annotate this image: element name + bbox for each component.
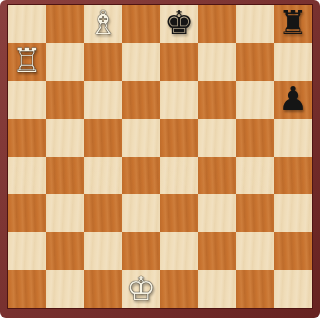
white-bishop-c8: ♗ <box>88 6 118 39</box>
white-king-d1: ♔ <box>126 272 156 305</box>
square-c5[interactable] <box>84 119 122 157</box>
square-g3[interactable] <box>236 194 274 232</box>
square-c6[interactable] <box>84 81 122 119</box>
square-f6[interactable] <box>198 81 236 119</box>
square-b8[interactable] <box>46 5 84 43</box>
square-f7[interactable] <box>198 43 236 81</box>
square-e3[interactable] <box>160 194 198 232</box>
square-h7[interactable] <box>274 43 312 81</box>
square-d8[interactable] <box>122 5 160 43</box>
square-b2[interactable] <box>46 232 84 270</box>
square-h3[interactable] <box>274 194 312 232</box>
square-b6[interactable] <box>46 81 84 119</box>
square-e2[interactable] <box>160 232 198 270</box>
square-a3[interactable] <box>8 194 46 232</box>
square-b3[interactable] <box>46 194 84 232</box>
black-pawn-h6: ♟ <box>278 82 308 115</box>
square-e7[interactable] <box>160 43 198 81</box>
square-e4[interactable] <box>160 157 198 195</box>
square-d1[interactable]: ♔ <box>122 270 160 308</box>
square-a2[interactable] <box>8 232 46 270</box>
square-h8[interactable]: ♜ <box>274 5 312 43</box>
square-h6[interactable]: ♟ <box>274 81 312 119</box>
square-f1[interactable] <box>198 270 236 308</box>
square-h2[interactable] <box>274 232 312 270</box>
square-g8[interactable] <box>236 5 274 43</box>
square-e1[interactable] <box>160 270 198 308</box>
square-f8[interactable] <box>198 5 236 43</box>
square-d6[interactable] <box>122 81 160 119</box>
square-g1[interactable] <box>236 270 274 308</box>
square-a7[interactable]: ♖ <box>8 43 46 81</box>
square-g2[interactable] <box>236 232 274 270</box>
black-king-e8: ♚ <box>164 6 194 39</box>
square-b1[interactable] <box>46 270 84 308</box>
square-g6[interactable] <box>236 81 274 119</box>
square-c2[interactable] <box>84 232 122 270</box>
square-h4[interactable] <box>274 157 312 195</box>
chess-board: ♗♚♜♖♟♔ <box>8 5 312 308</box>
square-d3[interactable] <box>122 194 160 232</box>
white-rook-a7: ♖ <box>12 44 42 77</box>
square-f2[interactable] <box>198 232 236 270</box>
black-rook-h8: ♜ <box>278 6 308 39</box>
square-e8[interactable]: ♚ <box>160 5 198 43</box>
square-c8[interactable]: ♗ <box>84 5 122 43</box>
square-c1[interactable] <box>84 270 122 308</box>
square-g7[interactable] <box>236 43 274 81</box>
square-a8[interactable] <box>8 5 46 43</box>
square-b4[interactable] <box>46 157 84 195</box>
square-d4[interactable] <box>122 157 160 195</box>
square-d7[interactable] <box>122 43 160 81</box>
square-a4[interactable] <box>8 157 46 195</box>
square-c7[interactable] <box>84 43 122 81</box>
square-g5[interactable] <box>236 119 274 157</box>
square-c4[interactable] <box>84 157 122 195</box>
square-c3[interactable] <box>84 194 122 232</box>
square-g4[interactable] <box>236 157 274 195</box>
square-a6[interactable] <box>8 81 46 119</box>
square-f3[interactable] <box>198 194 236 232</box>
square-a5[interactable] <box>8 119 46 157</box>
square-d5[interactable] <box>122 119 160 157</box>
square-e6[interactable] <box>160 81 198 119</box>
square-f4[interactable] <box>198 157 236 195</box>
square-b7[interactable] <box>46 43 84 81</box>
square-f5[interactable] <box>198 119 236 157</box>
square-d2[interactable] <box>122 232 160 270</box>
square-h1[interactable] <box>274 270 312 308</box>
square-h5[interactable] <box>274 119 312 157</box>
square-b5[interactable] <box>46 119 84 157</box>
square-a1[interactable] <box>8 270 46 308</box>
square-e5[interactable] <box>160 119 198 157</box>
chess-diagram: ♗♚♜♖♟♔ <box>0 0 320 318</box>
